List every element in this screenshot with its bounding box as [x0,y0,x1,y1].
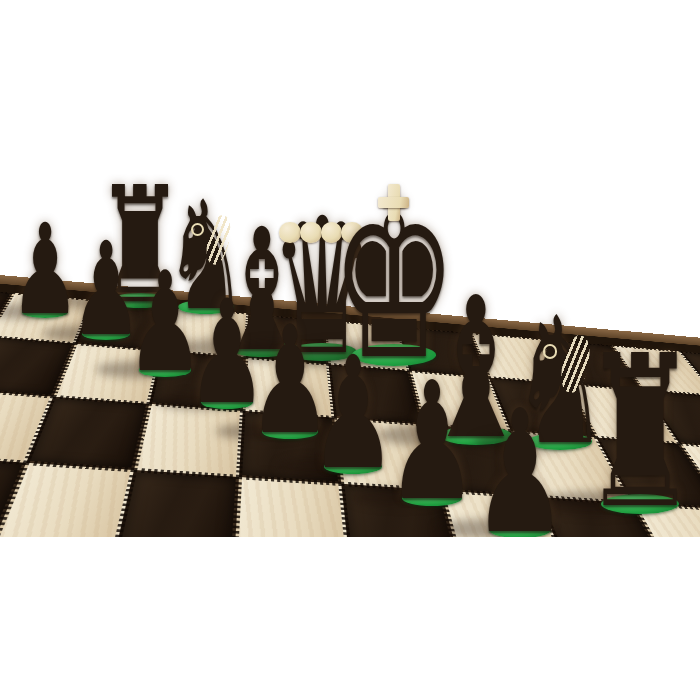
photo-area: ♟♟♜♞♟♝♛♟♚♟♝♟♞♟♜♟ [0,0,700,537]
king-cross-finial [378,197,409,208]
product-photo: ♟♟♜♞♟♝♛♟♚♟♝♟♞♟♜♟ [0,0,700,700]
pieces-layer: ♟♟♜♞♟♝♛♟♚♟♝♟♞♟♜♟ [0,0,700,537]
piece-black-pawn-h7[interactable]: ♟ [415,387,626,538]
